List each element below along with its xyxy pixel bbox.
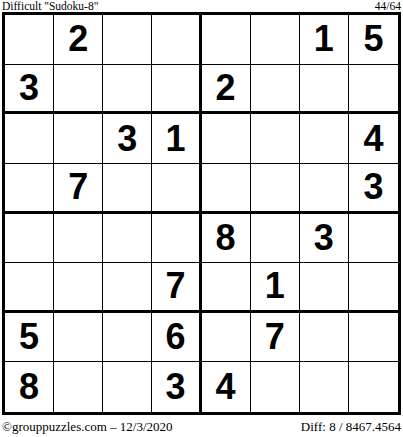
cell-r7c6-given-7: 7 [251, 313, 300, 363]
cell-r5c6-empty[interactable] [251, 214, 300, 264]
cell-r3c5-empty[interactable] [202, 114, 251, 164]
cell-r1c8-given-5: 5 [349, 15, 398, 65]
cell-r6c7-empty[interactable] [300, 263, 349, 313]
cell-r7c3-empty[interactable] [103, 313, 152, 363]
sudoku-board: 21532314738371567834 [2, 12, 401, 415]
cell-r5c3-empty[interactable] [103, 214, 152, 264]
cell-r3c1-empty[interactable] [5, 114, 54, 164]
cell-r2c4-empty[interactable] [152, 65, 201, 115]
cell-r7c4-given-6: 6 [152, 313, 201, 363]
cell-r3c4-given-1: 1 [152, 114, 201, 164]
puzzle-title: Difficult "Sudoku-8" [2, 0, 98, 12]
cell-r8c7-empty[interactable] [300, 362, 349, 412]
cell-r2c1-given-3: 3 [5, 65, 54, 115]
cell-r4c8-given-3: 3 [349, 164, 398, 214]
cell-r6c1-empty[interactable] [5, 263, 54, 313]
cell-r5c8-empty[interactable] [349, 214, 398, 264]
cell-r8c5-given-4: 4 [202, 362, 251, 412]
cell-r7c5-empty[interactable] [202, 313, 251, 363]
difficulty-text: Diff: 8 / 8467.4564 [301, 419, 401, 435]
cell-r4c6-empty[interactable] [251, 164, 300, 214]
cell-r6c6-given-1: 1 [251, 263, 300, 313]
cell-r2c2-empty[interactable] [54, 65, 103, 115]
cell-r4c7-empty[interactable] [300, 164, 349, 214]
cell-r1c1-empty[interactable] [5, 15, 54, 65]
cell-r6c4-given-7: 7 [152, 263, 201, 313]
cell-r8c3-empty[interactable] [103, 362, 152, 412]
cell-r6c8-empty[interactable] [349, 263, 398, 313]
cell-r2c7-empty[interactable] [300, 65, 349, 115]
cell-r8c1-given-8: 8 [5, 362, 54, 412]
cell-r4c4-empty[interactable] [152, 164, 201, 214]
cell-r3c7-empty[interactable] [300, 114, 349, 164]
copyright-text: ©grouppuzzles.com – 12/3/2020 [2, 419, 173, 435]
cell-r3c6-empty[interactable] [251, 114, 300, 164]
cell-r1c2-given-2: 2 [54, 15, 103, 65]
cell-r4c1-empty[interactable] [5, 164, 54, 214]
cell-r5c1-empty[interactable] [5, 214, 54, 264]
footer: ©grouppuzzles.com – 12/3/2020 Diff: 8 / … [0, 417, 403, 437]
cell-r8c2-empty[interactable] [54, 362, 103, 412]
cell-r6c2-empty[interactable] [54, 263, 103, 313]
cell-r4c5-empty[interactable] [202, 164, 251, 214]
cell-r2c6-empty[interactable] [251, 65, 300, 115]
cell-r1c4-empty[interactable] [152, 15, 201, 65]
cell-r5c2-empty[interactable] [54, 214, 103, 264]
cell-r8c6-empty[interactable] [251, 362, 300, 412]
cell-r7c2-empty[interactable] [54, 313, 103, 363]
cell-r2c3-empty[interactable] [103, 65, 152, 115]
cell-r6c3-empty[interactable] [103, 263, 152, 313]
cell-r4c3-empty[interactable] [103, 164, 152, 214]
cell-r1c5-empty[interactable] [202, 15, 251, 65]
cell-r6c5-empty[interactable] [202, 263, 251, 313]
cell-r8c4-given-3: 3 [152, 362, 201, 412]
cell-r8c8-empty[interactable] [349, 362, 398, 412]
cell-r4c2-given-7: 7 [54, 164, 103, 214]
cell-r7c8-empty[interactable] [349, 313, 398, 363]
cell-r3c2-empty[interactable] [54, 114, 103, 164]
cell-r5c5-given-8: 8 [202, 214, 251, 264]
cell-r2c5-given-2: 2 [202, 65, 251, 115]
cell-r1c3-empty[interactable] [103, 15, 152, 65]
cell-r5c7-given-3: 3 [300, 214, 349, 264]
cell-r1c6-empty[interactable] [251, 15, 300, 65]
cell-r1c7-given-1: 1 [300, 15, 349, 65]
cell-r7c7-empty[interactable] [300, 313, 349, 363]
cell-r3c3-given-3: 3 [103, 114, 152, 164]
puzzle-counter: 44/64 [375, 0, 401, 12]
cell-r5c4-empty[interactable] [152, 214, 201, 264]
header: Difficult "Sudoku-8" 44/64 [0, 0, 403, 12]
puzzle-page: Difficult "Sudoku-8" 44/64 2153231473837… [0, 0, 403, 437]
cell-r2c8-empty[interactable] [349, 65, 398, 115]
cell-r7c1-given-5: 5 [5, 313, 54, 363]
cell-r3c8-given-4: 4 [349, 114, 398, 164]
